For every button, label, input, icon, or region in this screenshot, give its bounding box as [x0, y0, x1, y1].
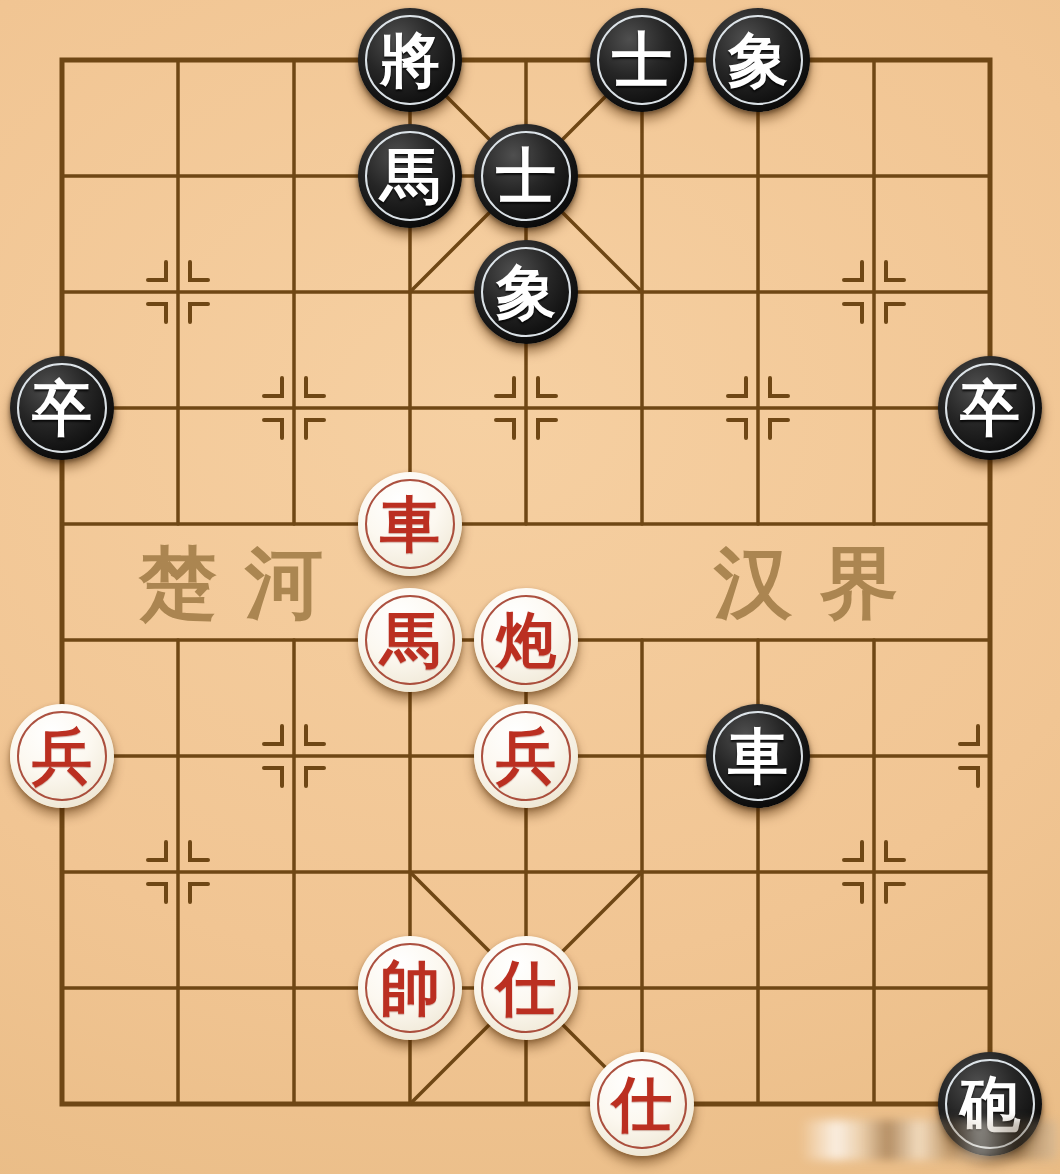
river-label-right: 汉界 [690, 538, 950, 630]
piece-black-cannon[interactable]: 砲 [938, 1052, 1042, 1156]
piece-red-advisor[interactable]: 仕 [474, 936, 578, 1040]
piece-black-soldier[interactable]: 卒 [10, 356, 114, 460]
piece-red-cannon[interactable]: 炮 [474, 588, 578, 692]
piece-black-chariot[interactable]: 車 [706, 704, 810, 808]
piece-black-advisor[interactable]: 士 [474, 124, 578, 228]
xiangqi-board[interactable]: 楚河 汉界 將士象馬士象卒卒車馬炮兵兵車帥仕仕砲 [0, 0, 1060, 1174]
piece-black-general[interactable]: 將 [358, 8, 462, 112]
piece-black-soldier[interactable]: 卒 [938, 356, 1042, 460]
piece-black-advisor[interactable]: 士 [590, 8, 694, 112]
piece-red-general[interactable]: 帥 [358, 936, 462, 1040]
piece-black-elephant[interactable]: 象 [706, 8, 810, 112]
piece-red-soldier[interactable]: 兵 [10, 704, 114, 808]
piece-black-elephant[interactable]: 象 [474, 240, 578, 344]
piece-red-horse[interactable]: 馬 [358, 588, 462, 692]
piece-black-horse[interactable]: 馬 [358, 124, 462, 228]
river-label-left: 楚河 [130, 538, 360, 630]
piece-red-chariot[interactable]: 車 [358, 472, 462, 576]
piece-red-soldier[interactable]: 兵 [474, 704, 578, 808]
piece-red-advisor[interactable]: 仕 [590, 1052, 694, 1156]
